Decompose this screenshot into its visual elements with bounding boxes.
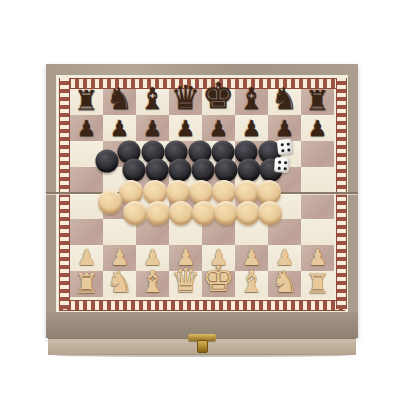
square-a5[interactable] bbox=[70, 167, 103, 193]
piece-light-knight-b1[interactable]: ♞ bbox=[106, 267, 133, 297]
die-pip bbox=[281, 149, 284, 152]
die-pip bbox=[283, 167, 286, 170]
checker-dark-8[interactable] bbox=[96, 150, 119, 173]
piece-dark-pawn-f7[interactable]: ♟ bbox=[242, 118, 262, 140]
checker-dark-12[interactable] bbox=[192, 159, 215, 182]
piece-dark-pawn-g7[interactable]: ♟ bbox=[275, 118, 295, 140]
checker-light-12[interactable] bbox=[192, 201, 216, 225]
checker-dark-11[interactable] bbox=[169, 159, 192, 182]
piece-light-queen-d1[interactable]: ♛ bbox=[171, 264, 201, 297]
square-h3[interactable] bbox=[301, 219, 334, 245]
clasp-pendant bbox=[197, 340, 208, 353]
piece-dark-pawn-e7[interactable]: ♟ bbox=[209, 118, 229, 140]
product-photo: ♜♞♝♛♚♝♞♜♟♟♟♟♟♟♟♟♟♟♟♟♟♟♟♟♜♞♝♛♚♝♞♜ bbox=[0, 0, 400, 400]
checker-light-8[interactable] bbox=[98, 190, 122, 214]
piece-dark-pawn-c7[interactable]: ♟ bbox=[143, 118, 163, 140]
die-pip bbox=[286, 142, 289, 145]
checker-dark-10[interactable] bbox=[146, 159, 169, 182]
piece-dark-rook-a8[interactable]: ♜ bbox=[74, 87, 98, 114]
piece-dark-bishop-c8[interactable]: ♝ bbox=[139, 84, 166, 114]
square-h5[interactable] bbox=[301, 167, 334, 193]
piece-dark-pawn-b7[interactable]: ♟ bbox=[110, 118, 130, 140]
checker-dark-14[interactable] bbox=[238, 159, 261, 182]
piece-dark-pawn-a7[interactable]: ♟ bbox=[77, 118, 97, 140]
board-shadow bbox=[54, 354, 350, 357]
piece-light-rook-h1[interactable]: ♜ bbox=[305, 270, 329, 297]
square-h6[interactable] bbox=[301, 141, 334, 167]
piece-light-bishop-c1[interactable]: ♝ bbox=[139, 267, 166, 297]
piece-dark-rook-h8[interactable]: ♜ bbox=[305, 87, 329, 114]
piece-light-pawn-h2[interactable]: ♟ bbox=[308, 247, 328, 269]
die-pip bbox=[287, 148, 290, 151]
checker-light-11[interactable] bbox=[169, 201, 193, 225]
piece-dark-pawn-d7[interactable]: ♟ bbox=[176, 118, 196, 140]
checker-dark-13[interactable] bbox=[215, 159, 238, 182]
checker-light-10[interactable] bbox=[146, 201, 170, 225]
checker-light-13[interactable] bbox=[214, 201, 238, 225]
piece-light-king-e1[interactable]: ♚ bbox=[202, 261, 234, 297]
checker-light-14[interactable] bbox=[236, 201, 260, 225]
mosaic-border-bottom bbox=[59, 300, 345, 311]
piece-dark-king-e8[interactable]: ♚ bbox=[202, 78, 234, 114]
square-a3[interactable] bbox=[70, 219, 103, 245]
piece-light-pawn-a2[interactable]: ♟ bbox=[77, 247, 97, 269]
die-2[interactable] bbox=[274, 157, 290, 173]
piece-light-knight-g1[interactable]: ♞ bbox=[271, 267, 298, 297]
piece-dark-knight-g8[interactable]: ♞ bbox=[271, 84, 298, 114]
die-pip bbox=[284, 161, 287, 164]
brass-clasp[interactable] bbox=[188, 334, 216, 354]
checker-light-15[interactable] bbox=[258, 201, 282, 225]
die-pip bbox=[278, 160, 281, 163]
die-pip bbox=[280, 143, 283, 146]
piece-light-rook-a1[interactable]: ♜ bbox=[74, 270, 98, 297]
piece-dark-bishop-f8[interactable]: ♝ bbox=[238, 84, 265, 114]
checker-dark-9[interactable] bbox=[123, 159, 146, 182]
piece-dark-queen-d8[interactable]: ♛ bbox=[171, 81, 201, 114]
piece-dark-knight-b8[interactable]: ♞ bbox=[106, 84, 133, 114]
piece-dark-pawn-h7[interactable]: ♟ bbox=[308, 118, 328, 140]
die-pip bbox=[277, 166, 280, 169]
piece-light-bishop-f1[interactable]: ♝ bbox=[238, 267, 265, 297]
die-1[interactable] bbox=[277, 139, 293, 155]
checker-light-9[interactable] bbox=[123, 201, 147, 225]
square-h4[interactable] bbox=[301, 193, 334, 219]
